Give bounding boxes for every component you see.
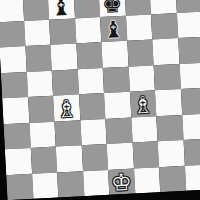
square-a1[interactable] xyxy=(6,173,33,200)
square-h3[interactable] xyxy=(182,113,200,140)
square-c5[interactable] xyxy=(52,69,79,96)
chess-board: ♝♚♝♗♗♔ xyxy=(0,0,200,200)
square-b7[interactable] xyxy=(24,19,51,46)
square-a7[interactable] xyxy=(0,21,25,48)
square-h5[interactable] xyxy=(179,62,200,89)
square-f8[interactable] xyxy=(124,0,151,15)
piece-white-bishop-c4: ♗ xyxy=(56,96,78,121)
piece-white-bishop-f4: ♗ xyxy=(132,92,154,117)
piece-black-bishop-c8: ♝ xyxy=(50,0,72,19)
square-e2[interactable] xyxy=(107,143,134,170)
square-g4[interactable] xyxy=(155,89,182,116)
square-e4[interactable] xyxy=(104,92,131,119)
square-e1[interactable]: ♔ xyxy=(108,168,135,195)
square-e8[interactable]: ♚ xyxy=(99,0,126,17)
square-f6[interactable] xyxy=(127,39,154,66)
square-g5[interactable] xyxy=(154,64,181,91)
square-g1[interactable] xyxy=(159,165,186,192)
square-d6[interactable] xyxy=(76,42,103,69)
square-f4[interactable]: ♗ xyxy=(129,90,156,117)
square-d3[interactable] xyxy=(80,118,107,145)
square-c6[interactable] xyxy=(50,43,77,70)
square-b8[interactable] xyxy=(22,0,49,21)
piece-black-bishop-e7: ♝ xyxy=(103,17,125,42)
square-d7[interactable] xyxy=(75,17,102,44)
square-a5[interactable] xyxy=(1,72,28,99)
square-b2[interactable] xyxy=(30,147,57,174)
square-a3[interactable] xyxy=(3,122,30,149)
square-h2[interactable] xyxy=(183,139,200,166)
square-g2[interactable] xyxy=(158,140,185,167)
square-c1[interactable] xyxy=(57,171,84,198)
square-b5[interactable] xyxy=(26,70,53,97)
square-b1[interactable] xyxy=(32,172,59,199)
square-d4[interactable] xyxy=(79,93,106,120)
square-d2[interactable] xyxy=(81,144,108,171)
square-b4[interactable] xyxy=(28,96,55,123)
square-f1[interactable] xyxy=(133,167,160,194)
square-e6[interactable] xyxy=(101,41,128,68)
square-a8[interactable] xyxy=(0,0,24,22)
square-c3[interactable] xyxy=(54,120,81,147)
square-h1[interactable] xyxy=(184,164,200,191)
square-g6[interactable] xyxy=(152,38,179,65)
square-a4[interactable] xyxy=(2,97,29,124)
piece-white-king-e1: ♔ xyxy=(111,170,133,195)
square-f2[interactable] xyxy=(132,141,159,168)
square-d1[interactable] xyxy=(83,169,110,196)
square-f5[interactable] xyxy=(128,65,155,92)
square-e5[interactable] xyxy=(103,66,130,93)
square-a2[interactable] xyxy=(5,148,32,175)
square-c2[interactable] xyxy=(56,145,83,172)
square-e3[interactable] xyxy=(105,117,132,144)
piece-black-king-e8: ♚ xyxy=(101,0,123,16)
square-d5[interactable] xyxy=(77,68,104,95)
square-e7[interactable]: ♝ xyxy=(100,15,127,42)
square-c7[interactable] xyxy=(49,18,76,45)
square-c4[interactable]: ♗ xyxy=(53,94,80,121)
square-f7[interactable] xyxy=(125,14,152,41)
square-g7[interactable] xyxy=(151,13,178,40)
square-d8[interactable] xyxy=(73,0,100,18)
square-h7[interactable] xyxy=(176,11,200,38)
square-b6[interactable] xyxy=(25,45,52,72)
chess-diagram: ♝♚♝♗♗♔ xyxy=(0,0,200,200)
square-a6[interactable] xyxy=(0,46,26,73)
square-c8[interactable]: ♝ xyxy=(48,0,75,19)
square-g3[interactable] xyxy=(156,114,183,141)
square-b3[interactable] xyxy=(29,121,56,148)
square-h4[interactable] xyxy=(180,88,200,115)
square-h6[interactable] xyxy=(178,37,200,64)
square-f3[interactable] xyxy=(131,116,158,143)
